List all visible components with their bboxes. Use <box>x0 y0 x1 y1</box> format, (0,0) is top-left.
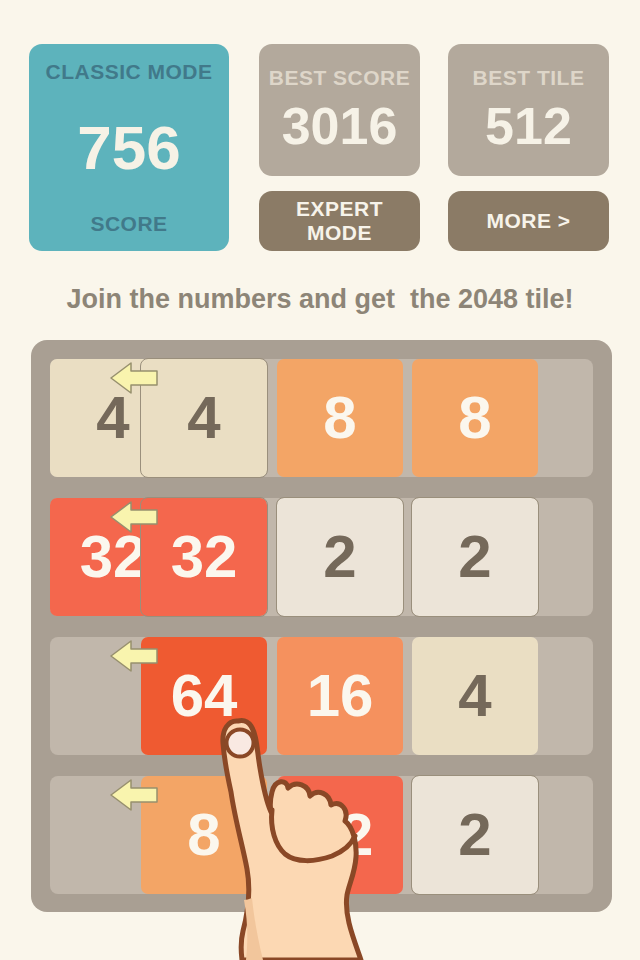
classic-mode-score-panel[interactable]: CLASSIC MODE 756 SCORE <box>29 44 229 251</box>
tile-32: 32 <box>141 498 267 616</box>
best-tile-panel: BEST TILE 512 <box>448 44 609 176</box>
current-score-value: 756 <box>77 117 180 179</box>
expert-mode-button[interactable]: EXPERT MODE <box>259 191 420 251</box>
tile-4: 4 <box>141 359 267 477</box>
score-caption: SCORE <box>90 212 167 236</box>
tile-4: 4 <box>412 637 538 755</box>
tile-32: 32 <box>277 776 403 894</box>
tile-2: 2 <box>412 498 538 616</box>
app-screen: CLASSIC MODE 756 SCORE BEST SCORE 3016 B… <box>0 0 640 960</box>
classic-mode-title: CLASSIC MODE <box>45 60 212 84</box>
swipe-left-arrow-icon <box>110 779 158 811</box>
swipe-left-arrow-icon <box>110 640 158 672</box>
game-board[interactable]: 4488323222641648322 <box>31 340 612 912</box>
more-button[interactable]: MORE > <box>448 191 609 251</box>
best-score-value: 3016 <box>282 100 398 152</box>
best-tile-value: 512 <box>485 100 572 152</box>
best-score-label: BEST SCORE <box>269 66 411 90</box>
tile-2: 2 <box>412 776 538 894</box>
tile-2: 2 <box>277 498 403 616</box>
swipe-left-arrow-icon <box>110 362 158 394</box>
tile-8: 8 <box>277 359 403 477</box>
best-score-panel: BEST SCORE 3016 <box>259 44 420 176</box>
tile-8: 8 <box>412 359 538 477</box>
swipe-left-arrow-icon <box>110 501 158 533</box>
best-tile-label: BEST TILE <box>473 66 585 90</box>
tile-64: 64 <box>141 637 267 755</box>
tagline-text: Join the numbers and get the 2048 tile! <box>0 284 640 315</box>
tile-8: 8 <box>141 776 267 894</box>
tile-16: 16 <box>277 637 403 755</box>
